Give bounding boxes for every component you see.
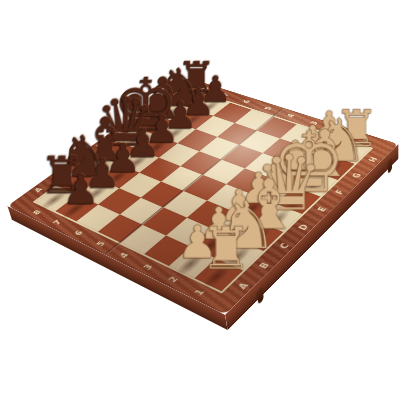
white-rook-glyph: ♜ <box>174 220 278 278</box>
product-photo: 88AA77BB66CC55DD44EE33FF22GG11HH ♜♞♝♛♚♝♞… <box>0 0 400 400</box>
clasp-icon <box>388 158 392 174</box>
chess-board: 88AA77BB66CC55DD44EE33FF22GG11HH ♜♞♝♛♚♝♞… <box>7 77 398 314</box>
black-pawn-glyph: ♟ <box>35 169 127 210</box>
clasp-icon <box>257 287 264 305</box>
